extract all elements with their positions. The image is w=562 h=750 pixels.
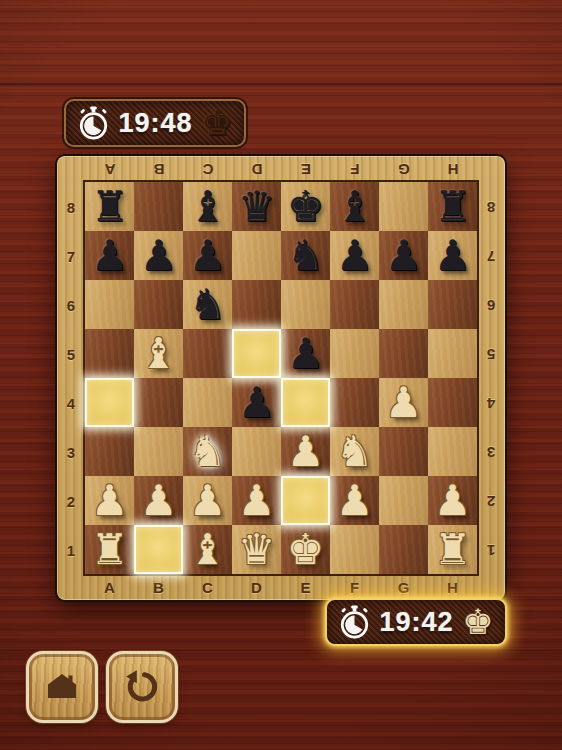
stopwatch-icon bbox=[336, 604, 373, 641]
piece-black-pawn: ♟ bbox=[330, 231, 379, 280]
board-grid: ♜♝♛♚♝♜♟♟♟♞♟♟♟♞♝♟♟♟♞♟♞♟♟♟♟♟♟♜♝♛♚♜ bbox=[85, 182, 477, 574]
square-c7[interactable]: ♟ bbox=[183, 231, 232, 280]
piece-black-knight: ♞ bbox=[183, 280, 232, 329]
rank-label-right-7: 7 bbox=[487, 247, 495, 264]
piece-white-queen: ♛ bbox=[232, 525, 281, 574]
home-icon bbox=[42, 667, 82, 707]
square-h5[interactable] bbox=[428, 329, 477, 378]
square-g6[interactable] bbox=[379, 280, 428, 329]
square-h8[interactable]: ♜ bbox=[428, 182, 477, 231]
square-a5[interactable] bbox=[85, 329, 134, 378]
square-b6[interactable] bbox=[134, 280, 183, 329]
black-timer-value: 19:48 bbox=[112, 108, 199, 139]
file-label-bottom-e: E bbox=[300, 579, 310, 596]
rank-label-right-4: 4 bbox=[487, 394, 495, 411]
square-b5[interactable]: ♝ bbox=[134, 329, 183, 378]
file-label-top-g: G bbox=[398, 161, 410, 178]
square-d1[interactable]: ♛ bbox=[232, 525, 281, 574]
square-f1[interactable] bbox=[330, 525, 379, 574]
square-g4[interactable]: ♟ bbox=[379, 378, 428, 427]
square-d7[interactable] bbox=[232, 231, 281, 280]
piece-black-knight: ♞ bbox=[281, 231, 330, 280]
rank-label-left-3: 3 bbox=[67, 443, 75, 460]
piece-white-pawn: ♟ bbox=[330, 476, 379, 525]
square-g7[interactable]: ♟ bbox=[379, 231, 428, 280]
square-f8[interactable]: ♝ bbox=[330, 182, 379, 231]
file-label-top-a: A bbox=[104, 161, 115, 178]
black-king-icon: ♚ bbox=[199, 106, 235, 141]
square-h6[interactable] bbox=[428, 280, 477, 329]
square-e7[interactable]: ♞ bbox=[281, 231, 330, 280]
chess-board: ♜♝♛♚♝♜♟♟♟♞♟♟♟♞♝♟♟♟♞♟♞♟♟♟♟♟♟♜♝♛♚♜ 8877665… bbox=[57, 156, 505, 600]
white-timer-value: 19:42 bbox=[373, 607, 460, 638]
piece-black-pawn: ♟ bbox=[232, 378, 281, 427]
piece-white-pawn: ♟ bbox=[379, 378, 428, 427]
square-c8[interactable]: ♝ bbox=[183, 182, 232, 231]
square-h1[interactable]: ♜ bbox=[428, 525, 477, 574]
piece-white-rook: ♜ bbox=[85, 525, 134, 574]
rank-label-right-6: 6 bbox=[487, 296, 495, 313]
square-f4[interactable] bbox=[330, 378, 379, 427]
file-label-bottom-a: A bbox=[104, 579, 115, 596]
rank-label-left-2: 2 bbox=[67, 492, 75, 509]
piece-white-king: ♚ bbox=[281, 525, 330, 574]
square-h7[interactable]: ♟ bbox=[428, 231, 477, 280]
piece-white-bishop: ♝ bbox=[183, 525, 232, 574]
square-b8[interactable] bbox=[134, 182, 183, 231]
piece-black-bishop: ♝ bbox=[183, 182, 232, 231]
square-d8[interactable]: ♛ bbox=[232, 182, 281, 231]
rank-label-right-1: 1 bbox=[487, 541, 495, 558]
file-label-top-h: H bbox=[447, 161, 458, 178]
square-b2[interactable]: ♟ bbox=[134, 476, 183, 525]
square-d4[interactable]: ♟ bbox=[232, 378, 281, 427]
white-timer-panel: 19:42 ♚ bbox=[325, 598, 507, 646]
black-timer-panel: 19:48 ♚ bbox=[64, 99, 246, 147]
file-label-bottom-h: H bbox=[447, 579, 458, 596]
piece-black-pawn: ♟ bbox=[428, 231, 477, 280]
square-c5[interactable] bbox=[183, 329, 232, 378]
square-c1[interactable]: ♝ bbox=[183, 525, 232, 574]
rank-label-left-7: 7 bbox=[67, 247, 75, 264]
square-e4[interactable] bbox=[281, 378, 330, 427]
square-d2[interactable]: ♟ bbox=[232, 476, 281, 525]
piece-black-pawn: ♟ bbox=[281, 329, 330, 378]
piece-white-knight: ♞ bbox=[183, 427, 232, 476]
square-f5[interactable] bbox=[330, 329, 379, 378]
rank-label-left-6: 6 bbox=[67, 296, 75, 313]
square-c6[interactable]: ♞ bbox=[183, 280, 232, 329]
square-a6[interactable] bbox=[85, 280, 134, 329]
piece-black-pawn: ♟ bbox=[134, 231, 183, 280]
piece-white-pawn: ♟ bbox=[183, 476, 232, 525]
piece-white-pawn: ♟ bbox=[428, 476, 477, 525]
piece-white-knight: ♞ bbox=[330, 427, 379, 476]
square-e6[interactable] bbox=[281, 280, 330, 329]
file-label-bottom-d: D bbox=[251, 579, 262, 596]
rank-label-right-8: 8 bbox=[487, 198, 495, 215]
square-g5[interactable] bbox=[379, 329, 428, 378]
piece-black-queen: ♛ bbox=[232, 182, 281, 231]
square-h4[interactable] bbox=[428, 378, 477, 427]
piece-black-pawn: ♟ bbox=[85, 231, 134, 280]
square-b1[interactable] bbox=[134, 525, 183, 574]
rank-label-left-1: 1 bbox=[67, 541, 75, 558]
file-label-bottom-g: G bbox=[398, 579, 410, 596]
file-label-bottom-c: C bbox=[202, 579, 213, 596]
square-d3[interactable] bbox=[232, 427, 281, 476]
square-d5[interactable] bbox=[232, 329, 281, 378]
square-g1[interactable] bbox=[379, 525, 428, 574]
square-f3[interactable]: ♞ bbox=[330, 427, 379, 476]
file-label-bottom-f: F bbox=[350, 579, 359, 596]
square-f2[interactable]: ♟ bbox=[330, 476, 379, 525]
square-e3[interactable]: ♟ bbox=[281, 427, 330, 476]
square-g3[interactable] bbox=[379, 427, 428, 476]
piece-black-bishop: ♝ bbox=[330, 182, 379, 231]
square-c2[interactable]: ♟ bbox=[183, 476, 232, 525]
file-label-top-c: C bbox=[202, 161, 213, 178]
square-e2[interactable] bbox=[281, 476, 330, 525]
square-g8[interactable] bbox=[379, 182, 428, 231]
square-b3[interactable] bbox=[134, 427, 183, 476]
piece-white-rook: ♜ bbox=[428, 525, 477, 574]
rank-label-right-5: 5 bbox=[487, 345, 495, 362]
square-b7[interactable]: ♟ bbox=[134, 231, 183, 280]
piece-white-pawn: ♟ bbox=[85, 476, 134, 525]
square-e8[interactable]: ♚ bbox=[281, 182, 330, 231]
piece-white-pawn: ♟ bbox=[134, 476, 183, 525]
piece-white-bishop: ♝ bbox=[134, 329, 183, 378]
restart-icon bbox=[122, 667, 162, 707]
square-a3[interactable] bbox=[85, 427, 134, 476]
square-h3[interactable] bbox=[428, 427, 477, 476]
square-b4[interactable] bbox=[134, 378, 183, 427]
stopwatch-icon bbox=[75, 105, 112, 142]
file-label-top-d: D bbox=[251, 161, 262, 178]
square-c3[interactable]: ♞ bbox=[183, 427, 232, 476]
square-a4[interactable] bbox=[85, 378, 134, 427]
square-e1[interactable]: ♚ bbox=[281, 525, 330, 574]
square-f6[interactable] bbox=[330, 280, 379, 329]
square-a1[interactable]: ♜ bbox=[85, 525, 134, 574]
piece-white-pawn: ♟ bbox=[281, 427, 330, 476]
square-f7[interactable]: ♟ bbox=[330, 231, 379, 280]
piece-white-pawn: ♟ bbox=[232, 476, 281, 525]
piece-black-pawn: ♟ bbox=[183, 231, 232, 280]
piece-black-rook: ♜ bbox=[85, 182, 134, 231]
piece-black-king: ♚ bbox=[281, 182, 330, 231]
piece-black-pawn: ♟ bbox=[379, 231, 428, 280]
file-label-top-f: F bbox=[350, 161, 359, 178]
home-button[interactable] bbox=[29, 654, 95, 720]
chess-app-screen: { "game": "chess", "position": { "fen": … bbox=[0, 0, 562, 750]
square-g2[interactable] bbox=[379, 476, 428, 525]
square-d6[interactable] bbox=[232, 280, 281, 329]
square-c4[interactable] bbox=[183, 378, 232, 427]
square-e5[interactable]: ♟ bbox=[281, 329, 330, 378]
restart-button[interactable] bbox=[109, 654, 175, 720]
piece-black-rook: ♜ bbox=[428, 182, 477, 231]
square-h2[interactable]: ♟ bbox=[428, 476, 477, 525]
rank-label-right-3: 3 bbox=[487, 443, 495, 460]
square-a7[interactable]: ♟ bbox=[85, 231, 134, 280]
file-label-bottom-b: B bbox=[153, 579, 164, 596]
file-label-top-e: E bbox=[300, 161, 310, 178]
rank-label-left-5: 5 bbox=[67, 345, 75, 362]
rank-label-right-2: 2 bbox=[487, 492, 495, 509]
rank-label-left-4: 4 bbox=[67, 394, 75, 411]
white-king-icon: ♚ bbox=[460, 605, 496, 640]
file-label-top-b: B bbox=[153, 161, 164, 178]
square-a2[interactable]: ♟ bbox=[85, 476, 134, 525]
rank-label-left-8: 8 bbox=[67, 198, 75, 215]
square-a8[interactable]: ♜ bbox=[85, 182, 134, 231]
